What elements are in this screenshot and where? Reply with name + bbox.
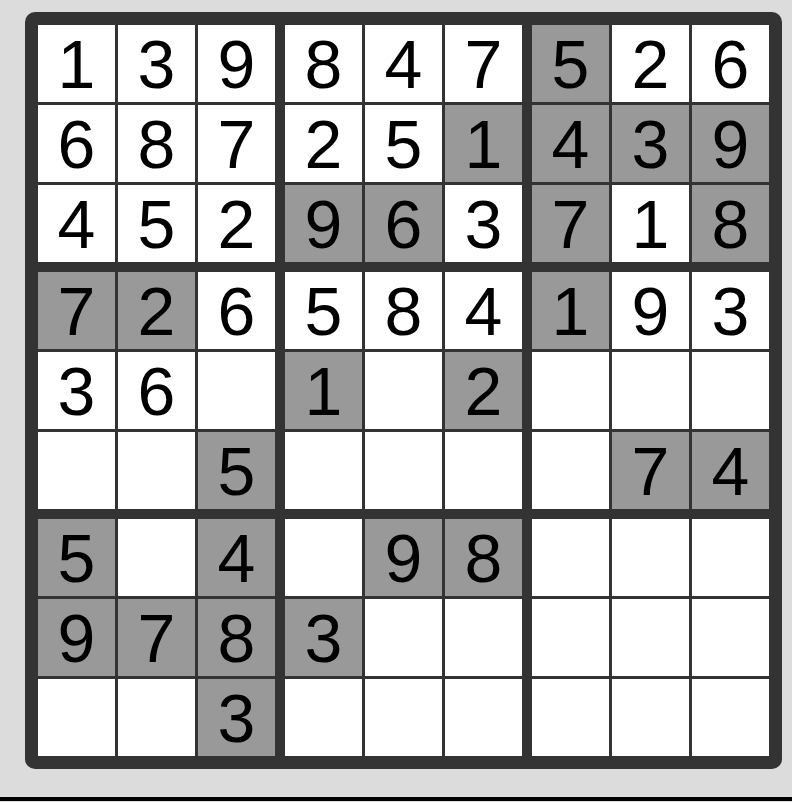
cell-r6c4[interactable] <box>285 432 362 509</box>
bottom-divider-line <box>0 797 792 801</box>
cell-r3c9[interactable]: 8 <box>692 185 769 262</box>
cell-r5c1[interactable]: 3 <box>38 352 115 429</box>
cell-r1c3[interactable]: 9 <box>198 25 275 102</box>
cell-r3c8[interactable]: 1 <box>612 185 689 262</box>
cell-r4c3[interactable]: 6 <box>198 272 275 349</box>
board-box-1: 139687452 <box>38 25 275 262</box>
cell-r3c1[interactable]: 4 <box>38 185 115 262</box>
cell-r7c8[interactable] <box>612 519 689 596</box>
cell-r3c6[interactable]: 3 <box>445 185 522 262</box>
cell-r6c8[interactable]: 7 <box>612 432 689 509</box>
cell-r1c9[interactable]: 6 <box>692 25 769 102</box>
cell-r7c1[interactable]: 5 <box>38 519 115 596</box>
cell-r8c1[interactable]: 9 <box>38 599 115 676</box>
cell-r8c2[interactable]: 7 <box>118 599 195 676</box>
cell-r5c4[interactable]: 1 <box>285 352 362 429</box>
cell-r1c7[interactable]: 5 <box>532 25 609 102</box>
board-box-8: 983 <box>285 519 522 756</box>
cell-r8c9[interactable] <box>692 599 769 676</box>
cell-r6c2[interactable] <box>118 432 195 509</box>
board-box-3: 526439718 <box>532 25 769 262</box>
cell-r2c8[interactable]: 3 <box>612 105 689 182</box>
cell-r4c7[interactable]: 1 <box>532 272 609 349</box>
cell-r6c1[interactable] <box>38 432 115 509</box>
sudoku-board: 1396874528472519635264397187263655841219… <box>25 12 782 769</box>
cell-r8c7[interactable] <box>532 599 609 676</box>
cell-r9c6[interactable] <box>445 679 522 756</box>
cell-r9c5[interactable] <box>365 679 442 756</box>
cell-r1c8[interactable]: 2 <box>612 25 689 102</box>
cell-r8c6[interactable] <box>445 599 522 676</box>
cell-r1c1[interactable]: 1 <box>38 25 115 102</box>
cell-r2c2[interactable]: 8 <box>118 105 195 182</box>
cell-r4c1[interactable]: 7 <box>38 272 115 349</box>
cell-r5c2[interactable]: 6 <box>118 352 195 429</box>
cell-r7c5[interactable]: 9 <box>365 519 442 596</box>
cell-r4c9[interactable]: 3 <box>692 272 769 349</box>
cell-r3c7[interactable]: 7 <box>532 185 609 262</box>
cell-r5c8[interactable] <box>612 352 689 429</box>
cell-r3c4[interactable]: 9 <box>285 185 362 262</box>
cell-r4c5[interactable]: 8 <box>365 272 442 349</box>
cell-r6c6[interactable] <box>445 432 522 509</box>
cell-r7c6[interactable]: 8 <box>445 519 522 596</box>
board-box-4: 726365 <box>38 272 275 509</box>
cell-r9c2[interactable] <box>118 679 195 756</box>
cell-r6c9[interactable]: 4 <box>692 432 769 509</box>
cell-r5c9[interactable] <box>692 352 769 429</box>
cell-r8c8[interactable] <box>612 599 689 676</box>
board-box-9 <box>532 519 769 756</box>
cell-r3c2[interactable]: 5 <box>118 185 195 262</box>
cell-r4c4[interactable]: 5 <box>285 272 362 349</box>
cell-r2c1[interactable]: 6 <box>38 105 115 182</box>
cell-r9c7[interactable] <box>532 679 609 756</box>
cell-r2c9[interactable]: 9 <box>692 105 769 182</box>
cell-r4c8[interactable]: 9 <box>612 272 689 349</box>
cell-r3c3[interactable]: 2 <box>198 185 275 262</box>
cell-r4c2[interactable]: 2 <box>118 272 195 349</box>
cell-r6c7[interactable] <box>532 432 609 509</box>
cell-r8c3[interactable]: 8 <box>198 599 275 676</box>
cell-r3c5[interactable]: 6 <box>365 185 442 262</box>
cell-r2c5[interactable]: 5 <box>365 105 442 182</box>
cell-r6c5[interactable] <box>365 432 442 509</box>
cell-r5c7[interactable] <box>532 352 609 429</box>
board-box-5: 58412 <box>285 272 522 509</box>
cell-r8c5[interactable] <box>365 599 442 676</box>
cell-r4c6[interactable]: 4 <box>445 272 522 349</box>
cell-r9c9[interactable] <box>692 679 769 756</box>
cell-r7c7[interactable] <box>532 519 609 596</box>
cell-r5c5[interactable] <box>365 352 442 429</box>
cell-r1c6[interactable]: 7 <box>445 25 522 102</box>
cell-r7c2[interactable] <box>118 519 195 596</box>
cell-r8c4[interactable]: 3 <box>285 599 362 676</box>
cell-r7c4[interactable] <box>285 519 362 596</box>
cell-r5c3[interactable] <box>198 352 275 429</box>
board-box-7: 549783 <box>38 519 275 756</box>
cell-r1c2[interactable]: 3 <box>118 25 195 102</box>
cell-r2c3[interactable]: 7 <box>198 105 275 182</box>
cell-r9c1[interactable] <box>38 679 115 756</box>
board-box-2: 847251963 <box>285 25 522 262</box>
cell-r1c5[interactable]: 4 <box>365 25 442 102</box>
cell-r9c3[interactable]: 3 <box>198 679 275 756</box>
cell-r9c4[interactable] <box>285 679 362 756</box>
cell-r1c4[interactable]: 8 <box>285 25 362 102</box>
cell-r5c6[interactable]: 2 <box>445 352 522 429</box>
cell-r7c9[interactable] <box>692 519 769 596</box>
cell-r2c6[interactable]: 1 <box>445 105 522 182</box>
cell-r2c7[interactable]: 4 <box>532 105 609 182</box>
cell-r6c3[interactable]: 5 <box>198 432 275 509</box>
cell-r2c4[interactable]: 2 <box>285 105 362 182</box>
cell-r7c3[interactable]: 4 <box>198 519 275 596</box>
cell-r9c8[interactable] <box>612 679 689 756</box>
board-box-6: 19374 <box>532 272 769 509</box>
